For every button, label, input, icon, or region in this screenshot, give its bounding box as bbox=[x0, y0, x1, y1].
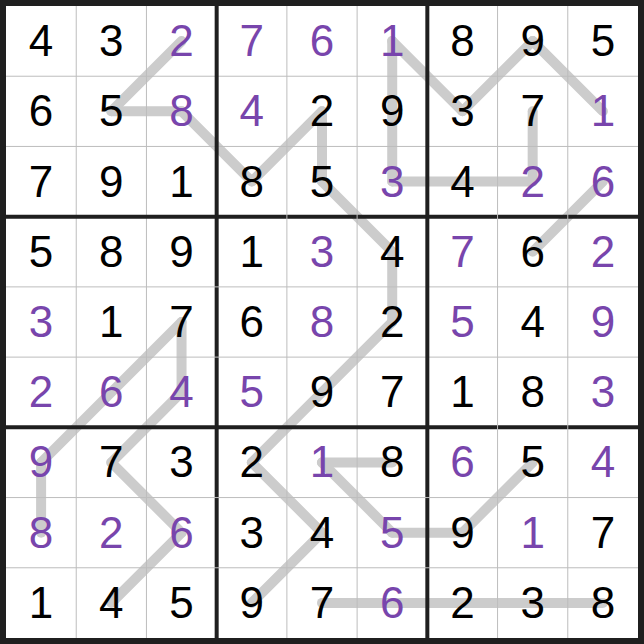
cell-r1c9[interactable]: 5 bbox=[568, 6, 638, 76]
cell-r9c9[interactable]: 8 bbox=[568, 568, 638, 638]
cell-r4c9[interactable]: 2 bbox=[568, 217, 638, 287]
cell-r7c1[interactable]: 9 bbox=[6, 427, 76, 497]
cell-r9c1[interactable]: 1 bbox=[6, 568, 76, 638]
cell-r8c3[interactable]: 6 bbox=[146, 498, 216, 568]
cell-r8c9[interactable]: 7 bbox=[568, 498, 638, 568]
cell-r2c4[interactable]: 4 bbox=[217, 76, 287, 146]
cell-r4c1[interactable]: 5 bbox=[6, 217, 76, 287]
cell-r3c8[interactable]: 2 bbox=[498, 146, 568, 216]
cell-r7c4[interactable]: 2 bbox=[217, 427, 287, 497]
cell-r7c8[interactable]: 5 bbox=[498, 427, 568, 497]
cell-r6c7[interactable]: 1 bbox=[427, 357, 497, 427]
cell-r1c3[interactable]: 2 bbox=[146, 6, 216, 76]
cell-r1c5[interactable]: 6 bbox=[287, 6, 357, 76]
cell-r7c5[interactable]: 1 bbox=[287, 427, 357, 497]
cell-r5c9[interactable]: 9 bbox=[568, 287, 638, 357]
cell-r3c2[interactable]: 9 bbox=[76, 146, 146, 216]
cell-r5c6[interactable]: 2 bbox=[357, 287, 427, 357]
cell-r1c2[interactable]: 3 bbox=[76, 6, 146, 76]
cell-r5c8[interactable]: 4 bbox=[498, 287, 568, 357]
cell-r8c6[interactable]: 5 bbox=[357, 498, 427, 568]
cell-r9c8[interactable]: 3 bbox=[498, 568, 568, 638]
cell-r7c6[interactable]: 8 bbox=[357, 427, 427, 497]
cell-r8c4[interactable]: 3 bbox=[217, 498, 287, 568]
cell-r9c7[interactable]: 2 bbox=[427, 568, 497, 638]
cell-r9c4[interactable]: 9 bbox=[217, 568, 287, 638]
cell-r1c1[interactable]: 4 bbox=[6, 6, 76, 76]
cell-r5c5[interactable]: 8 bbox=[287, 287, 357, 357]
cell-r7c9[interactable]: 4 bbox=[568, 427, 638, 497]
cell-r8c7[interactable]: 9 bbox=[427, 498, 497, 568]
cell-r6c4[interactable]: 5 bbox=[217, 357, 287, 427]
cell-r3c6[interactable]: 3 bbox=[357, 146, 427, 216]
cell-r9c5[interactable]: 7 bbox=[287, 568, 357, 638]
cell-r6c3[interactable]: 4 bbox=[146, 357, 216, 427]
cell-r8c5[interactable]: 4 bbox=[287, 498, 357, 568]
cell-r6c6[interactable]: 7 bbox=[357, 357, 427, 427]
cell-r7c3[interactable]: 3 bbox=[146, 427, 216, 497]
cell-r6c8[interactable]: 8 bbox=[498, 357, 568, 427]
cell-r4c6[interactable]: 4 bbox=[357, 217, 427, 287]
cell-r3c9[interactable]: 6 bbox=[568, 146, 638, 216]
cell-r9c3[interactable]: 5 bbox=[146, 568, 216, 638]
cell-r8c1[interactable]: 8 bbox=[6, 498, 76, 568]
cell-r8c8[interactable]: 1 bbox=[498, 498, 568, 568]
cell-r3c7[interactable]: 4 bbox=[427, 146, 497, 216]
cell-r2c5[interactable]: 2 bbox=[287, 76, 357, 146]
sudoku-grid: 4327618956584293717918534265891347623176… bbox=[6, 6, 638, 638]
cell-r6c5[interactable]: 9 bbox=[287, 357, 357, 427]
cell-r4c3[interactable]: 9 bbox=[146, 217, 216, 287]
cell-r6c1[interactable]: 2 bbox=[6, 357, 76, 427]
cell-r2c3[interactable]: 8 bbox=[146, 76, 216, 146]
cell-r2c1[interactable]: 6 bbox=[6, 76, 76, 146]
cell-r9c2[interactable]: 4 bbox=[76, 568, 146, 638]
cell-r7c7[interactable]: 6 bbox=[427, 427, 497, 497]
cell-r5c3[interactable]: 7 bbox=[146, 287, 216, 357]
cell-r5c2[interactable]: 1 bbox=[76, 287, 146, 357]
cell-r4c5[interactable]: 3 bbox=[287, 217, 357, 287]
cell-r4c8[interactable]: 6 bbox=[498, 217, 568, 287]
cell-r4c4[interactable]: 1 bbox=[217, 217, 287, 287]
cell-r1c6[interactable]: 1 bbox=[357, 6, 427, 76]
cell-r2c6[interactable]: 9 bbox=[357, 76, 427, 146]
cell-r5c7[interactable]: 5 bbox=[427, 287, 497, 357]
cell-r3c3[interactable]: 1 bbox=[146, 146, 216, 216]
cell-r2c7[interactable]: 3 bbox=[427, 76, 497, 146]
cell-r7c2[interactable]: 7 bbox=[76, 427, 146, 497]
cell-r4c2[interactable]: 8 bbox=[76, 217, 146, 287]
cell-r3c4[interactable]: 8 bbox=[217, 146, 287, 216]
cell-r3c5[interactable]: 5 bbox=[287, 146, 357, 216]
cell-r5c4[interactable]: 6 bbox=[217, 287, 287, 357]
cell-r2c2[interactable]: 5 bbox=[76, 76, 146, 146]
cell-r3c1[interactable]: 7 bbox=[6, 146, 76, 216]
cell-r1c7[interactable]: 8 bbox=[427, 6, 497, 76]
cell-r2c8[interactable]: 7 bbox=[498, 76, 568, 146]
cell-r1c8[interactable]: 9 bbox=[498, 6, 568, 76]
cell-r9c6[interactable]: 6 bbox=[357, 568, 427, 638]
cell-r5c1[interactable]: 3 bbox=[6, 287, 76, 357]
cell-r8c2[interactable]: 2 bbox=[76, 498, 146, 568]
cell-r4c7[interactable]: 7 bbox=[427, 217, 497, 287]
cell-r6c2[interactable]: 6 bbox=[76, 357, 146, 427]
sudoku-board: 4327618956584293717918534265891347623176… bbox=[0, 0, 644, 644]
cell-r6c9[interactable]: 3 bbox=[568, 357, 638, 427]
cell-r2c9[interactable]: 1 bbox=[568, 76, 638, 146]
cell-r1c4[interactable]: 7 bbox=[217, 6, 287, 76]
